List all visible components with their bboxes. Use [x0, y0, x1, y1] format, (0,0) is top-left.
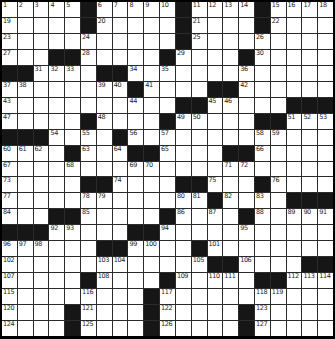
cell-r2c14[interactable] [208, 18, 223, 33]
cell-r15c15[interactable] [223, 225, 238, 240]
cell-r13c16[interactable] [239, 193, 254, 208]
cell-r2c19[interactable] [287, 18, 302, 33]
cell-r11c10[interactable]: 70 [144, 162, 159, 177]
cell-r7c15[interactable]: 46 [223, 98, 238, 113]
cell-r20c15[interactable] [223, 305, 238, 320]
cell-r18c12[interactable]: 109 [176, 273, 191, 288]
cell-r10c19[interactable] [287, 146, 302, 161]
cell-r1c13[interactable]: 11 [192, 2, 207, 17]
cell-r7c6[interactable] [81, 98, 96, 113]
cell-r14c6[interactable]: 85 [81, 209, 96, 224]
cell-r21c21[interactable] [318, 321, 333, 336]
cell-r3c3[interactable] [34, 34, 49, 49]
cell-r3c16[interactable] [239, 34, 254, 49]
cell-r1c7[interactable]: 6 [97, 2, 112, 17]
cell-r2c13[interactable]: 21 [192, 18, 207, 33]
cell-r16c18[interactable] [271, 241, 286, 256]
cell-r5c10[interactable] [144, 66, 159, 81]
cell-r19c7[interactable] [97, 289, 112, 304]
cell-r21c14[interactable] [208, 321, 223, 336]
cell-r11c6[interactable] [81, 162, 96, 177]
cell-r1c8[interactable]: 7 [113, 2, 128, 17]
cell-r21c7[interactable] [97, 321, 112, 336]
cell-r3c14[interactable] [208, 34, 223, 49]
cell-r2c21[interactable] [318, 18, 333, 33]
cell-r21c1[interactable]: 124 [2, 321, 17, 336]
cell-r15c13[interactable] [192, 225, 207, 240]
cell-r10c3[interactable]: 62 [34, 146, 49, 161]
cell-r3c17[interactable]: 26 [255, 34, 270, 49]
cell-r19c19[interactable] [287, 289, 302, 304]
cell-r4c10[interactable] [144, 50, 159, 65]
cell-r15c16[interactable]: 95 [239, 225, 254, 240]
cell-r8c4[interactable] [49, 114, 64, 129]
cell-r6c8[interactable]: 40 [113, 82, 128, 97]
cell-r13c3[interactable] [34, 193, 49, 208]
cell-r4c12[interactable]: 29 [176, 50, 191, 65]
cell-r12c10[interactable] [144, 177, 159, 192]
cell-r6c19[interactable] [287, 82, 302, 97]
cell-r13c8[interactable] [113, 193, 128, 208]
cell-r8c3[interactable] [34, 114, 49, 129]
cell-r19c18[interactable]: 119 [271, 289, 286, 304]
cell-r9c19[interactable] [287, 130, 302, 145]
cell-r13c12[interactable]: 80 [176, 193, 191, 208]
cell-r16c3[interactable]: 98 [34, 241, 49, 256]
cell-r7c16[interactable] [239, 98, 254, 113]
cell-r1c11[interactable]: 10 [160, 2, 175, 17]
cell-r17c1[interactable]: 102 [2, 257, 17, 272]
cell-r20c12[interactable] [176, 305, 191, 320]
cell-r7c18[interactable] [271, 98, 286, 113]
cell-r12c11[interactable] [160, 177, 175, 192]
cell-r12c18[interactable]: 76 [271, 177, 286, 192]
cell-r9c6[interactable]: 55 [81, 130, 96, 145]
cell-r15c8[interactable] [113, 225, 128, 240]
cell-r9c9[interactable]: 56 [128, 130, 143, 145]
cell-r14c7[interactable] [97, 209, 112, 224]
cell-r7c17[interactable] [255, 98, 270, 113]
cell-r21c6[interactable]: 125 [81, 321, 96, 336]
cell-r19c16[interactable] [239, 289, 254, 304]
cell-r14c19[interactable]: 89 [287, 209, 302, 224]
cell-r5c14[interactable] [208, 66, 223, 81]
cell-r19c6[interactable]: 116 [81, 289, 96, 304]
cell-r10c4[interactable] [49, 146, 64, 161]
cell-r20c17[interactable]: 123 [255, 305, 270, 320]
cell-r16c6[interactable] [81, 241, 96, 256]
cell-r7c2[interactable] [18, 98, 33, 113]
cell-r4c18[interactable] [271, 50, 286, 65]
cell-r14c8[interactable] [113, 209, 128, 224]
cell-r12c3[interactable] [34, 177, 49, 192]
cell-r7c11[interactable] [160, 98, 175, 113]
cell-r10c13[interactable] [192, 146, 207, 161]
cell-r20c14[interactable] [208, 305, 223, 320]
cell-r17c7[interactable]: 103 [97, 257, 112, 272]
cell-r21c17[interactable]: 127 [255, 321, 270, 336]
cell-r3c2[interactable] [18, 34, 33, 49]
cell-r12c19[interactable] [287, 177, 302, 192]
cell-r11c8[interactable] [113, 162, 128, 177]
cell-r17c8[interactable]: 104 [113, 257, 128, 272]
cell-r12c9[interactable] [128, 177, 143, 192]
cell-r20c20[interactable] [302, 305, 317, 320]
cell-r5c12[interactable] [176, 66, 191, 81]
cell-r15c19[interactable] [287, 225, 302, 240]
cell-r4c3[interactable] [34, 50, 49, 65]
cell-r9c11[interactable]: 57 [160, 130, 175, 145]
cell-r16c14[interactable]: 101 [208, 241, 223, 256]
cell-r3c8[interactable] [113, 34, 128, 49]
cell-r18c19[interactable]: 112 [287, 273, 302, 288]
cell-r19c3[interactable] [34, 289, 49, 304]
cell-r17c3[interactable] [34, 257, 49, 272]
cell-r6c3[interactable] [34, 82, 49, 97]
cell-r17c11[interactable] [160, 257, 175, 272]
cell-r19c15[interactable] [223, 289, 238, 304]
cell-r3c20[interactable] [302, 34, 317, 49]
cell-r19c21[interactable] [318, 289, 333, 304]
cell-r20c11[interactable]: 122 [160, 305, 175, 320]
cell-r16c11[interactable] [160, 241, 175, 256]
cell-r12c14[interactable]: 75 [208, 177, 223, 192]
cell-r5c9[interactable]: 34 [128, 66, 143, 81]
cell-r14c9[interactable] [128, 209, 143, 224]
cell-r12c15[interactable] [223, 177, 238, 192]
cell-r21c9[interactable] [128, 321, 143, 336]
cell-r6c6[interactable] [81, 82, 96, 97]
cell-r13c5[interactable] [65, 193, 80, 208]
cell-r21c20[interactable] [302, 321, 317, 336]
cell-r4c7[interactable] [97, 50, 112, 65]
cell-r10c17[interactable]: 66 [255, 146, 270, 161]
cell-r15c6[interactable] [81, 225, 96, 240]
cell-r2c11[interactable] [160, 18, 175, 33]
cell-r6c17[interactable] [255, 82, 270, 97]
cell-r1c3[interactable]: 3 [34, 2, 49, 17]
cell-r13c10[interactable] [144, 193, 159, 208]
cell-r6c7[interactable]: 39 [97, 82, 112, 97]
cell-r4c1[interactable]: 27 [2, 50, 17, 65]
cell-r3c13[interactable]: 25 [192, 34, 207, 49]
cell-r11c15[interactable]: 71 [223, 162, 238, 177]
cell-r6c1[interactable]: 37 [2, 82, 17, 97]
cell-r14c1[interactable]: 84 [2, 209, 17, 224]
cell-r5c5[interactable]: 33 [65, 66, 80, 81]
cell-r6c10[interactable]: 41 [144, 82, 159, 97]
cell-r20c9[interactable] [128, 305, 143, 320]
cell-r12c5[interactable] [65, 177, 80, 192]
cell-r16c12[interactable] [176, 241, 191, 256]
cell-r5c20[interactable] [302, 66, 317, 81]
cell-r14c15[interactable] [223, 209, 238, 224]
cell-r18c2[interactable] [18, 273, 33, 288]
cell-r4c13[interactable] [192, 50, 207, 65]
cell-r17c6[interactable] [81, 257, 96, 272]
cell-r19c11[interactable]: 117 [160, 289, 175, 304]
cell-r5c15[interactable] [223, 66, 238, 81]
cell-r15c18[interactable] [271, 225, 286, 240]
cell-r12c4[interactable] [49, 177, 64, 192]
cell-r16c10[interactable]: 100 [144, 241, 159, 256]
cell-r7c10[interactable] [144, 98, 159, 113]
cell-r8c21[interactable]: 53 [318, 114, 333, 129]
cell-r19c5[interactable] [65, 289, 80, 304]
cell-r9c14[interactable] [208, 130, 223, 145]
cell-r17c2[interactable] [18, 257, 33, 272]
cell-r11c21[interactable] [318, 162, 333, 177]
cell-r1c5[interactable]: 5 [65, 2, 80, 17]
cell-r8c13[interactable]: 50 [192, 114, 207, 129]
cell-r1c19[interactable]: 16 [287, 2, 302, 17]
cell-r13c2[interactable] [18, 193, 33, 208]
cell-r20c7[interactable] [97, 305, 112, 320]
cell-r9c15[interactable] [223, 130, 238, 145]
cell-r18c4[interactable] [49, 273, 64, 288]
cell-r12c1[interactable]: 73 [2, 177, 17, 192]
cell-r8c19[interactable]: 51 [287, 114, 302, 129]
cell-r7c9[interactable]: 44 [128, 98, 143, 113]
cell-r13c7[interactable]: 79 [97, 193, 112, 208]
cell-r17c12[interactable] [176, 257, 191, 272]
cell-r18c10[interactable] [144, 273, 159, 288]
cell-r16c4[interactable] [49, 241, 64, 256]
cell-r2c10[interactable] [144, 18, 159, 33]
cell-r4c21[interactable] [318, 50, 333, 65]
cell-r18c16[interactable] [239, 273, 254, 288]
cell-r14c21[interactable]: 91 [318, 209, 333, 224]
cell-r18c5[interactable] [65, 273, 80, 288]
cell-r4c2[interactable] [18, 50, 33, 65]
cell-r9c4[interactable]: 54 [49, 130, 64, 145]
cell-r18c8[interactable] [113, 273, 128, 288]
cell-r18c13[interactable] [192, 273, 207, 288]
cell-r21c2[interactable] [18, 321, 33, 336]
cell-r4c8[interactable] [113, 50, 128, 65]
cell-r2c8[interactable] [113, 18, 128, 33]
cell-r5c17[interactable] [255, 66, 270, 81]
cell-r7c14[interactable]: 45 [208, 98, 223, 113]
cell-r2c20[interactable] [302, 18, 317, 33]
cell-r7c5[interactable] [65, 98, 80, 113]
cell-r9c17[interactable]: 58 [255, 130, 270, 145]
cell-r9c12[interactable] [176, 130, 191, 145]
cell-r5c3[interactable]: 31 [34, 66, 49, 81]
cell-r2c4[interactable] [49, 18, 64, 33]
cell-r13c4[interactable] [49, 193, 64, 208]
cell-r9c20[interactable] [302, 130, 317, 145]
cell-r11c13[interactable] [192, 162, 207, 177]
cell-r2c15[interactable] [223, 18, 238, 33]
cell-r6c16[interactable]: 42 [239, 82, 254, 97]
cell-r20c19[interactable] [287, 305, 302, 320]
cell-r12c16[interactable] [239, 177, 254, 192]
cell-r1c18[interactable]: 15 [271, 2, 286, 17]
cell-r6c11[interactable] [160, 82, 175, 97]
cell-r7c1[interactable]: 43 [2, 98, 17, 113]
cell-r10c20[interactable] [302, 146, 317, 161]
cell-r6c18[interactable] [271, 82, 286, 97]
cell-r5c19[interactable] [287, 66, 302, 81]
cell-r1c4[interactable]: 4 [49, 2, 64, 17]
cell-r15c14[interactable] [208, 225, 223, 240]
cell-r16c20[interactable] [302, 241, 317, 256]
cell-r12c8[interactable]: 74 [113, 177, 128, 192]
cell-r21c18[interactable] [271, 321, 286, 336]
cell-r6c13[interactable] [192, 82, 207, 97]
cell-r17c13[interactable]: 105 [192, 257, 207, 272]
cell-r11c18[interactable] [271, 162, 286, 177]
cell-r9c16[interactable] [239, 130, 254, 145]
cell-r4c6[interactable]: 28 [81, 50, 96, 65]
cell-r5c11[interactable]: 35 [160, 66, 175, 81]
cell-r14c18[interactable] [271, 209, 286, 224]
cell-r15c20[interactable] [302, 225, 317, 240]
cell-r21c15[interactable] [223, 321, 238, 336]
cell-r16c16[interactable] [239, 241, 254, 256]
cell-r11c9[interactable]: 69 [128, 162, 143, 177]
cell-r3c5[interactable] [65, 34, 80, 49]
cell-r14c17[interactable]: 88 [255, 209, 270, 224]
cell-r10c21[interactable] [318, 146, 333, 161]
cell-r20c1[interactable]: 120 [2, 305, 17, 320]
cell-r16c1[interactable]: 96 [2, 241, 17, 256]
cell-r10c18[interactable] [271, 146, 286, 161]
cell-r13c6[interactable]: 78 [81, 193, 96, 208]
cell-r21c12[interactable] [176, 321, 191, 336]
cell-r19c13[interactable] [192, 289, 207, 304]
cell-r10c6[interactable]: 63 [81, 146, 96, 161]
cell-r4c19[interactable] [287, 50, 302, 65]
cell-r16c2[interactable]: 97 [18, 241, 33, 256]
cell-r16c21[interactable] [318, 241, 333, 256]
cell-r21c13[interactable] [192, 321, 207, 336]
cell-r3c6[interactable]: 24 [81, 34, 96, 49]
cell-r14c13[interactable] [192, 209, 207, 224]
cell-r4c9[interactable] [128, 50, 143, 65]
cell-r21c3[interactable] [34, 321, 49, 336]
cell-r6c4[interactable] [49, 82, 64, 97]
cell-r11c20[interactable] [302, 162, 317, 177]
cell-r12c2[interactable] [18, 177, 33, 192]
cell-r7c8[interactable] [113, 98, 128, 113]
cell-r18c15[interactable]: 111 [223, 273, 238, 288]
cell-r19c2[interactable] [18, 289, 33, 304]
cell-r17c16[interactable]: 106 [239, 257, 254, 272]
cell-r3c1[interactable]: 23 [2, 34, 17, 49]
cell-r8c15[interactable] [223, 114, 238, 129]
cell-r11c16[interactable]: 72 [239, 162, 254, 177]
cell-r15c5[interactable]: 93 [65, 225, 80, 240]
cell-r19c12[interactable] [176, 289, 191, 304]
cell-r13c9[interactable] [128, 193, 143, 208]
cell-r9c7[interactable] [97, 130, 112, 145]
cell-r1c21[interactable]: 18 [318, 2, 333, 17]
cell-r18c1[interactable]: 107 [2, 273, 17, 288]
cell-r20c21[interactable] [318, 305, 333, 320]
cell-r6c21[interactable] [318, 82, 333, 97]
cell-r9c10[interactable] [144, 130, 159, 145]
cell-r19c9[interactable] [128, 289, 143, 304]
cell-r11c5[interactable]: 68 [65, 162, 80, 177]
cell-r8c7[interactable]: 48 [97, 114, 112, 129]
cell-r2c3[interactable] [34, 18, 49, 33]
cell-r20c13[interactable] [192, 305, 207, 320]
cell-r7c4[interactable] [49, 98, 64, 113]
cell-r6c5[interactable] [65, 82, 80, 97]
cell-r18c7[interactable]: 108 [97, 273, 112, 288]
cell-r13c11[interactable] [160, 193, 175, 208]
cell-r2c18[interactable]: 22 [271, 18, 286, 33]
cell-r15c21[interactable] [318, 225, 333, 240]
cell-r3c9[interactable] [128, 34, 143, 49]
cell-r5c18[interactable] [271, 66, 286, 81]
cell-r4c14[interactable] [208, 50, 223, 65]
cell-r15c7[interactable] [97, 225, 112, 240]
cell-r11c7[interactable] [97, 162, 112, 177]
cell-r4c17[interactable]: 30 [255, 50, 270, 65]
cell-r16c15[interactable] [223, 241, 238, 256]
cell-r8c14[interactable] [208, 114, 223, 129]
cell-r1c2[interactable]: 2 [18, 2, 33, 17]
cell-r1c20[interactable]: 17 [302, 2, 317, 17]
cell-r13c13[interactable]: 81 [192, 193, 207, 208]
cell-r19c20[interactable] [302, 289, 317, 304]
cell-r18c9[interactable] [128, 273, 143, 288]
cell-r11c1[interactable]: 67 [2, 162, 17, 177]
cell-r21c19[interactable] [287, 321, 302, 336]
cell-r17c5[interactable] [65, 257, 80, 272]
cell-r11c11[interactable] [160, 162, 175, 177]
cell-r3c15[interactable] [223, 34, 238, 49]
cell-r17c17[interactable] [255, 257, 270, 272]
cell-r8c20[interactable]: 52 [302, 114, 317, 129]
cell-r14c2[interactable] [18, 209, 33, 224]
cell-r6c2[interactable]: 38 [18, 82, 33, 97]
cell-r3c18[interactable] [271, 34, 286, 49]
cell-r14c10[interactable] [144, 209, 159, 224]
cell-r10c12[interactable] [176, 146, 191, 161]
cell-r17c19[interactable] [287, 257, 302, 272]
cell-r11c2[interactable] [18, 162, 33, 177]
cell-r1c10[interactable]: 9 [144, 2, 159, 17]
cell-r11c4[interactable] [49, 162, 64, 177]
cell-r12c21[interactable] [318, 177, 333, 192]
cell-r10c2[interactable]: 61 [18, 146, 33, 161]
cell-r1c16[interactable]: 14 [239, 2, 254, 17]
cell-r11c12[interactable] [176, 162, 191, 177]
cell-r11c17[interactable] [255, 162, 270, 177]
cell-r16c17[interactable] [255, 241, 270, 256]
cell-r3c7[interactable] [97, 34, 112, 49]
cell-r10c11[interactable]: 65 [160, 146, 175, 161]
cell-r20c2[interactable] [18, 305, 33, 320]
cell-r20c8[interactable] [113, 305, 128, 320]
cell-r21c11[interactable]: 126 [160, 321, 175, 336]
cell-r19c1[interactable]: 115 [2, 289, 17, 304]
cell-r18c20[interactable]: 113 [302, 273, 317, 288]
cell-r2c2[interactable] [18, 18, 33, 33]
cell-r6c12[interactable] [176, 82, 191, 97]
cell-r6c20[interactable] [302, 82, 317, 97]
cell-r1c15[interactable]: 13 [223, 2, 238, 17]
cell-r19c14[interactable] [208, 289, 223, 304]
cell-r3c4[interactable] [49, 34, 64, 49]
cell-r12c20[interactable] [302, 177, 317, 192]
cell-r19c8[interactable] [113, 289, 128, 304]
cell-r2c5[interactable] [65, 18, 80, 33]
